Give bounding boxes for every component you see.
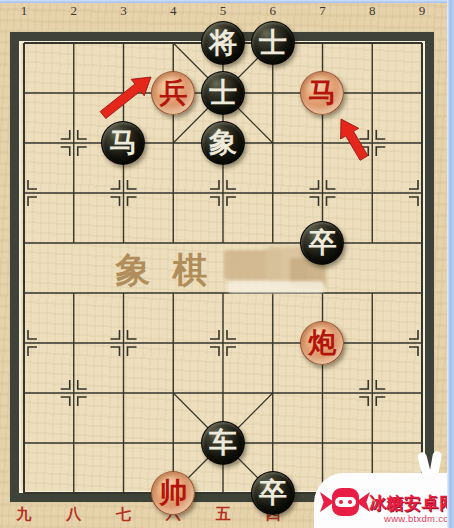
window-edge-top <box>0 0 454 3</box>
candy-logo-icon <box>320 486 370 518</box>
arrow-to-red-pawn <box>96 69 157 123</box>
move-arrows <box>0 0 454 528</box>
xiangqi-app-screen: 123456789 九八七六五四三二一 象 棋 将士兵士马马象卒炮车帅卒 冰糖安… <box>0 0 454 528</box>
watermark-site-url: www.btxdm.com <box>384 513 454 524</box>
watermark-site-name: 冰糖安卓网 <box>369 492 454 515</box>
arrow-to-red-horse <box>332 114 373 164</box>
window-edge-right <box>447 0 454 528</box>
